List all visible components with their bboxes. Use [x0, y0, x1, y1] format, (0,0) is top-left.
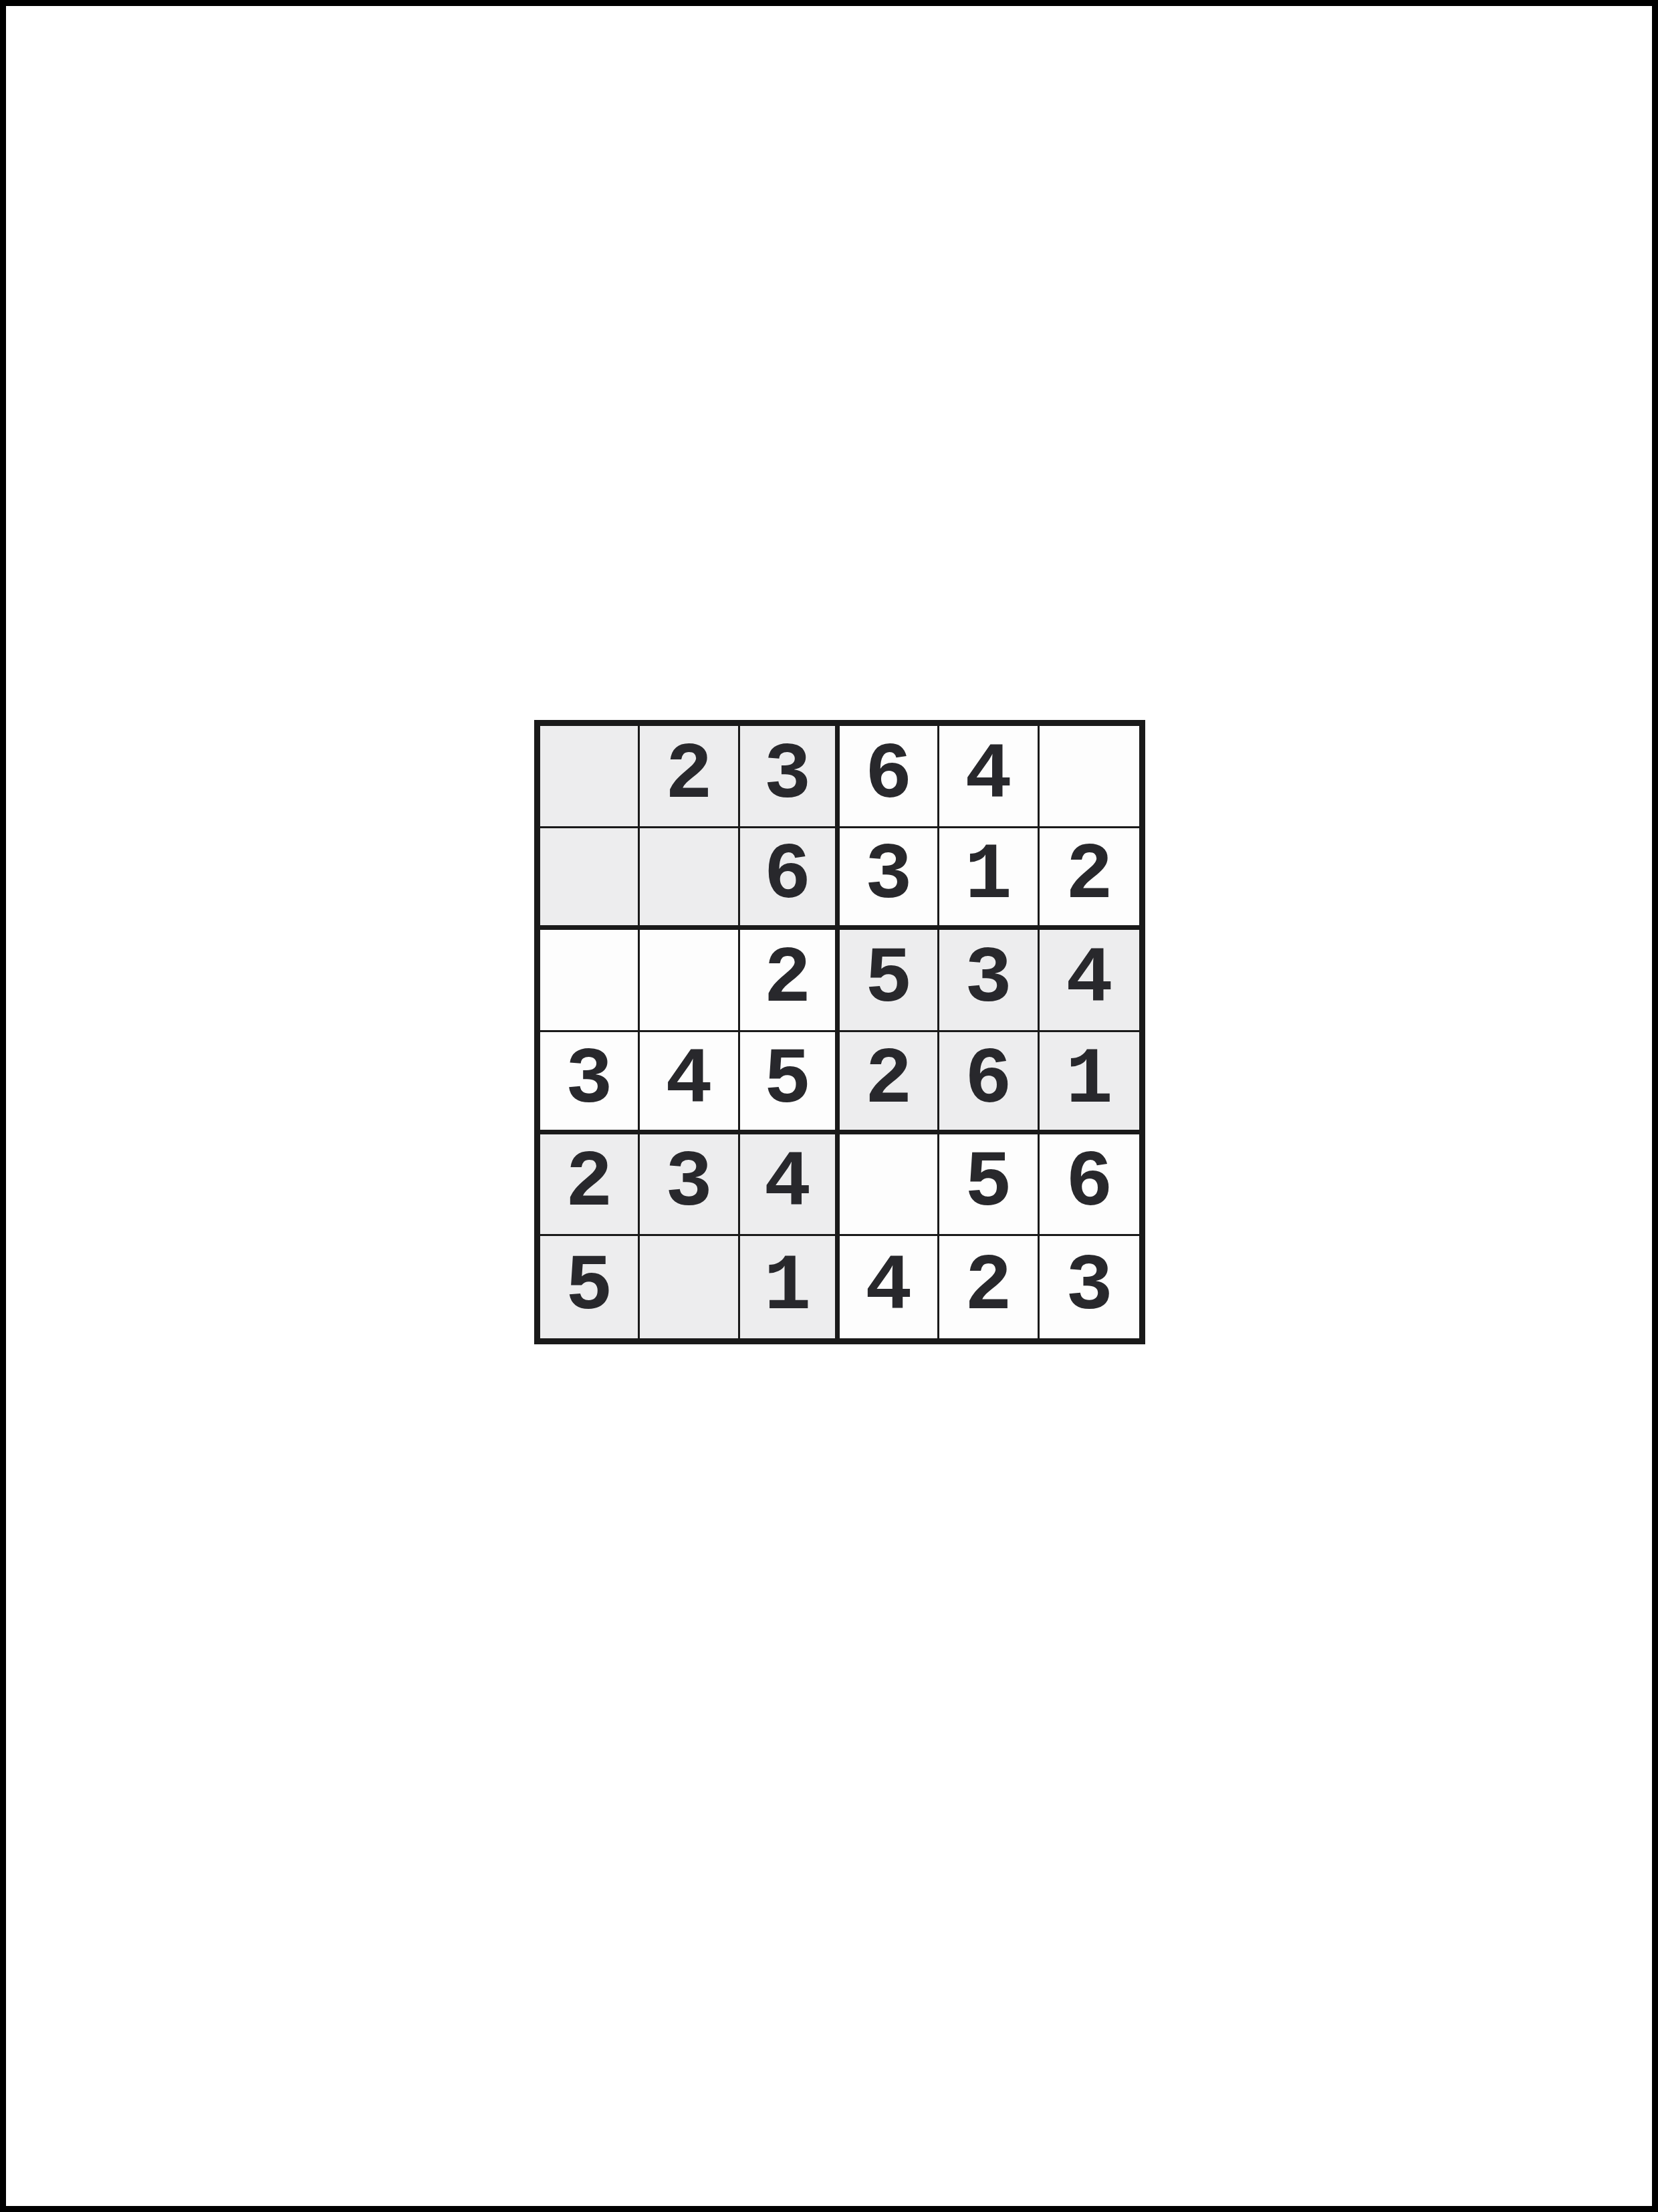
cell-r3c4-given-5[interactable]: 5 [840, 930, 939, 1032]
scanned-puzzle-page: 2364631225343452612345651423 [0, 0, 1658, 2212]
cell-r5c6-given-6[interactable]: 6 [1040, 1134, 1139, 1237]
cell-r4c3-given-5[interactable]: 5 [740, 1032, 840, 1134]
cell-r1c2-given-2[interactable]: 2 [640, 726, 739, 828]
cell-r6c2-empty[interactable] [640, 1236, 739, 1338]
cell-r2c6-given-2[interactable]: 2 [1040, 828, 1139, 931]
cell-r3c6-given-4[interactable]: 4 [1040, 930, 1139, 1032]
cell-r5c5-given-5[interactable]: 5 [939, 1134, 1039, 1237]
cell-r5c1-given-2[interactable]: 2 [540, 1134, 640, 1237]
cell-r3c2-empty[interactable] [640, 930, 739, 1032]
cell-r1c1-empty[interactable] [540, 726, 640, 828]
cell-r5c2-given-3[interactable]: 3 [640, 1134, 739, 1237]
cell-r6c4-given-4[interactable]: 4 [840, 1236, 939, 1338]
cell-r1c4-given-6[interactable]: 6 [840, 726, 939, 828]
sudoku-board: 2364631225343452612345651423 [534, 720, 1145, 1344]
cell-r2c4-given-3[interactable]: 3 [840, 828, 939, 931]
cell-r2c3-given-6[interactable]: 6 [740, 828, 840, 931]
cell-r4c2-given-4[interactable]: 4 [640, 1032, 739, 1134]
cell-r6c1-given-5[interactable]: 5 [540, 1236, 640, 1338]
cell-r6c5-given-2[interactable]: 2 [939, 1236, 1039, 1338]
cell-r2c5-given-1[interactable]: 1 [939, 828, 1039, 931]
cell-r4c5-given-6[interactable]: 6 [939, 1032, 1039, 1134]
cell-r4c4-given-2[interactable]: 2 [840, 1032, 939, 1134]
cell-r5c4-empty[interactable] [840, 1134, 939, 1237]
cell-r6c3-given-1[interactable]: 1 [740, 1236, 840, 1338]
cell-r1c3-given-3[interactable]: 3 [740, 726, 840, 828]
cell-r3c1-empty[interactable] [540, 930, 640, 1032]
cell-r3c5-given-3[interactable]: 3 [939, 930, 1039, 1032]
cell-r1c6-empty[interactable] [1040, 726, 1139, 828]
cell-r3c3-given-2[interactable]: 2 [740, 930, 840, 1032]
cell-r6c6-given-3[interactable]: 3 [1040, 1236, 1139, 1338]
cell-r4c6-given-1[interactable]: 1 [1040, 1032, 1139, 1134]
cell-r4c1-given-3[interactable]: 3 [540, 1032, 640, 1134]
cell-r1c5-given-4[interactable]: 4 [939, 726, 1039, 828]
cell-r5c3-given-4[interactable]: 4 [740, 1134, 840, 1237]
cell-r2c1-empty[interactable] [540, 828, 640, 931]
cell-r2c2-empty[interactable] [640, 828, 739, 931]
